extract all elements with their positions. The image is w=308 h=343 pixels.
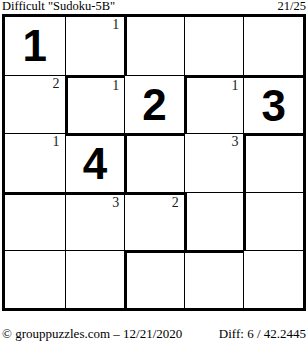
- difficulty-text: Diff: 6 / 42.2445: [219, 326, 306, 341]
- copyright-text: © grouppuzzles.com – 12/21/2020: [2, 326, 182, 341]
- cell-r5c2[interactable]: [65, 250, 125, 308]
- corner-mark: 3: [112, 196, 119, 210]
- cell-r5c1[interactable]: [5, 250, 65, 308]
- cell-r3c4[interactable]: 3: [184, 133, 244, 191]
- cell-r2c3[interactable]: 2: [124, 75, 184, 133]
- cell-r3c5[interactable]: [243, 133, 303, 191]
- sudoku-grid: 112121314332: [2, 14, 306, 311]
- cell-r2c5[interactable]: 3: [243, 75, 303, 133]
- given-digit: 1: [5, 17, 65, 75]
- corner-mark: 1: [112, 18, 119, 32]
- cell-r1c3[interactable]: [124, 17, 184, 75]
- corner-mark: 1: [53, 135, 60, 149]
- puzzle-title: Difficult "Sudoku-5B": [2, 0, 115, 13]
- cell-r4c3[interactable]: 2: [124, 192, 184, 250]
- cell-r4c5[interactable]: [243, 192, 303, 250]
- puzzle-counter: 21/25: [278, 0, 306, 13]
- cell-r3c1[interactable]: 1: [5, 133, 65, 191]
- cell-r4c1[interactable]: [5, 192, 65, 250]
- given-digit: 3: [244, 78, 303, 133]
- footer: © grouppuzzles.com – 12/21/2020 Diff: 6 …: [2, 324, 306, 341]
- corner-mark: 1: [231, 79, 238, 93]
- cell-r1c1[interactable]: 1: [5, 17, 65, 75]
- corner-mark: 3: [231, 135, 238, 149]
- cell-r5c4[interactable]: [184, 250, 244, 308]
- cell-r4c4[interactable]: [184, 192, 244, 250]
- puzzle-page: Difficult "Sudoku-5B" 21/25 112121314332…: [0, 0, 308, 343]
- corner-mark: 1: [112, 79, 119, 93]
- corner-mark: 2: [172, 196, 179, 210]
- cell-r5c3[interactable]: [124, 250, 184, 308]
- cell-r1c5[interactable]: [243, 17, 303, 75]
- corner-mark: 2: [53, 77, 60, 91]
- header: Difficult "Sudoku-5B" 21/25: [2, 0, 306, 13]
- cell-r1c4[interactable]: [184, 17, 244, 75]
- cell-r4c2[interactable]: 3: [65, 192, 125, 250]
- cell-r5c5[interactable]: [243, 250, 303, 308]
- cell-r3c2[interactable]: 4: [65, 133, 125, 191]
- cell-r2c1[interactable]: 2: [5, 75, 65, 133]
- cell-r2c4[interactable]: 1: [184, 75, 244, 133]
- cell-r1c2[interactable]: 1: [65, 17, 125, 75]
- given-digit: 2: [125, 76, 184, 133]
- cell-r2c2[interactable]: 1: [65, 75, 125, 133]
- given-digit: 4: [66, 136, 125, 191]
- cell-r3c3[interactable]: [124, 133, 184, 191]
